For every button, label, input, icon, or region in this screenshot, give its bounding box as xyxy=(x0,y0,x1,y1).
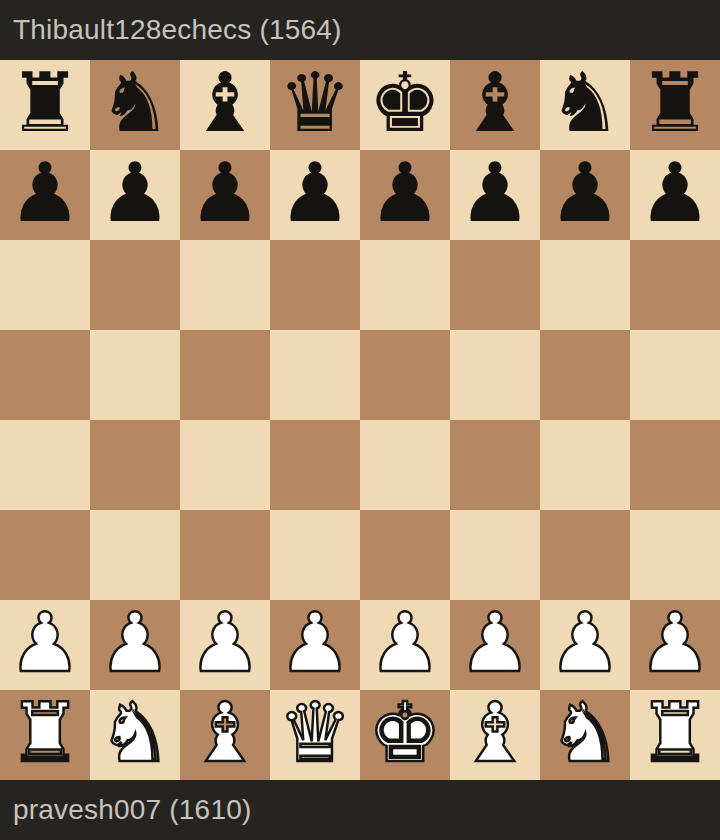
square-c1[interactable]: ♝ xyxy=(180,690,270,780)
square-b6[interactable] xyxy=(90,240,180,330)
square-d1[interactable]: ♛ xyxy=(270,690,360,780)
square-g7[interactable]: ♟ xyxy=(540,150,630,240)
piece-black-pawn[interactable]: ♟ xyxy=(458,152,532,234)
piece-white-knight[interactable]: ♞ xyxy=(98,692,172,774)
square-g1[interactable]: ♞ xyxy=(540,690,630,780)
piece-black-king[interactable]: ♚ xyxy=(368,62,442,144)
piece-black-pawn[interactable]: ♟ xyxy=(188,152,262,234)
piece-black-rook[interactable]: ♜ xyxy=(638,62,712,144)
piece-white-pawn[interactable]: ♟ xyxy=(8,602,82,684)
square-c5[interactable] xyxy=(180,330,270,420)
piece-white-king[interactable]: ♚ xyxy=(368,692,442,774)
square-a7[interactable]: ♟ xyxy=(0,150,90,240)
square-f1[interactable]: ♝ xyxy=(450,690,540,780)
square-d2[interactable]: ♟ xyxy=(270,600,360,690)
square-d7[interactable]: ♟ xyxy=(270,150,360,240)
square-f8[interactable]: ♝ xyxy=(450,60,540,150)
square-h4[interactable] xyxy=(630,420,720,510)
square-a6[interactable] xyxy=(0,240,90,330)
square-a1[interactable]: ♜ xyxy=(0,690,90,780)
square-g5[interactable] xyxy=(540,330,630,420)
square-f6[interactable] xyxy=(450,240,540,330)
piece-black-bishop[interactable]: ♝ xyxy=(458,62,532,144)
square-d4[interactable] xyxy=(270,420,360,510)
piece-black-pawn[interactable]: ♟ xyxy=(368,152,442,234)
square-g4[interactable] xyxy=(540,420,630,510)
square-b1[interactable]: ♞ xyxy=(90,690,180,780)
square-g3[interactable] xyxy=(540,510,630,600)
square-b2[interactable]: ♟ xyxy=(90,600,180,690)
square-a2[interactable]: ♟ xyxy=(0,600,90,690)
square-d5[interactable] xyxy=(270,330,360,420)
piece-white-pawn[interactable]: ♟ xyxy=(548,602,622,684)
square-b3[interactable] xyxy=(90,510,180,600)
square-c8[interactable]: ♝ xyxy=(180,60,270,150)
piece-white-knight[interactable]: ♞ xyxy=(548,692,622,774)
piece-white-bishop[interactable]: ♝ xyxy=(458,692,532,774)
bottom-player-bar: pravesh007 (1610) xyxy=(0,780,720,840)
square-f7[interactable]: ♟ xyxy=(450,150,540,240)
square-a8[interactable]: ♜ xyxy=(0,60,90,150)
square-b4[interactable] xyxy=(90,420,180,510)
bottom-player-name: pravesh007 (1610) xyxy=(13,794,251,826)
square-e4[interactable] xyxy=(360,420,450,510)
square-b5[interactable] xyxy=(90,330,180,420)
piece-white-rook[interactable]: ♜ xyxy=(638,692,712,774)
top-player-bar: Thibault128echecs (1564) xyxy=(0,0,720,60)
piece-white-pawn[interactable]: ♟ xyxy=(98,602,172,684)
piece-white-pawn[interactable]: ♟ xyxy=(188,602,262,684)
piece-white-bishop[interactable]: ♝ xyxy=(188,692,262,774)
square-d6[interactable] xyxy=(270,240,360,330)
square-e8[interactable]: ♚ xyxy=(360,60,450,150)
square-f3[interactable] xyxy=(450,510,540,600)
square-b7[interactable]: ♟ xyxy=(90,150,180,240)
piece-black-knight[interactable]: ♞ xyxy=(548,62,622,144)
piece-white-pawn[interactable]: ♟ xyxy=(638,602,712,684)
square-g6[interactable] xyxy=(540,240,630,330)
square-g8[interactable]: ♞ xyxy=(540,60,630,150)
square-h7[interactable]: ♟ xyxy=(630,150,720,240)
square-g2[interactable]: ♟ xyxy=(540,600,630,690)
square-e3[interactable] xyxy=(360,510,450,600)
piece-black-knight[interactable]: ♞ xyxy=(98,62,172,144)
piece-black-rook[interactable]: ♜ xyxy=(8,62,82,144)
square-f2[interactable]: ♟ xyxy=(450,600,540,690)
square-f4[interactable] xyxy=(450,420,540,510)
square-c6[interactable] xyxy=(180,240,270,330)
piece-white-pawn[interactable]: ♟ xyxy=(458,602,532,684)
piece-black-pawn[interactable]: ♟ xyxy=(548,152,622,234)
piece-black-pawn[interactable]: ♟ xyxy=(8,152,82,234)
square-e2[interactable]: ♟ xyxy=(360,600,450,690)
square-c4[interactable] xyxy=(180,420,270,510)
square-c3[interactable] xyxy=(180,510,270,600)
square-c2[interactable]: ♟ xyxy=(180,600,270,690)
square-c7[interactable]: ♟ xyxy=(180,150,270,240)
square-h8[interactable]: ♜ xyxy=(630,60,720,150)
piece-white-rook[interactable]: ♜ xyxy=(8,692,82,774)
square-a3[interactable] xyxy=(0,510,90,600)
square-a5[interactable] xyxy=(0,330,90,420)
square-e7[interactable]: ♟ xyxy=(360,150,450,240)
piece-black-bishop[interactable]: ♝ xyxy=(188,62,262,144)
square-d3[interactable] xyxy=(270,510,360,600)
square-h1[interactable]: ♜ xyxy=(630,690,720,780)
square-d8[interactable]: ♛ xyxy=(270,60,360,150)
piece-black-pawn[interactable]: ♟ xyxy=(278,152,352,234)
piece-white-pawn[interactable]: ♟ xyxy=(278,602,352,684)
piece-black-pawn[interactable]: ♟ xyxy=(638,152,712,234)
square-b8[interactable]: ♞ xyxy=(90,60,180,150)
piece-black-queen[interactable]: ♛ xyxy=(278,62,352,144)
square-h3[interactable] xyxy=(630,510,720,600)
piece-white-queen[interactable]: ♛ xyxy=(278,692,352,774)
chess-game-screen: Thibault128echecs (1564) ♜♞♝♛♚♝♞♜♟♟♟♟♟♟♟… xyxy=(0,0,720,840)
square-h2[interactable]: ♟ xyxy=(630,600,720,690)
square-h5[interactable] xyxy=(630,330,720,420)
square-h6[interactable] xyxy=(630,240,720,330)
piece-black-pawn[interactable]: ♟ xyxy=(98,152,172,234)
piece-white-pawn[interactable]: ♟ xyxy=(368,602,442,684)
chess-board[interactable]: ♜♞♝♛♚♝♞♜♟♟♟♟♟♟♟♟♟♟♟♟♟♟♟♟♜♞♝♛♚♝♞♜ xyxy=(0,60,720,780)
square-e1[interactable]: ♚ xyxy=(360,690,450,780)
square-e6[interactable] xyxy=(360,240,450,330)
square-a4[interactable] xyxy=(0,420,90,510)
square-e5[interactable] xyxy=(360,330,450,420)
top-player-name: Thibault128echecs (1564) xyxy=(13,14,342,46)
square-f5[interactable] xyxy=(450,330,540,420)
